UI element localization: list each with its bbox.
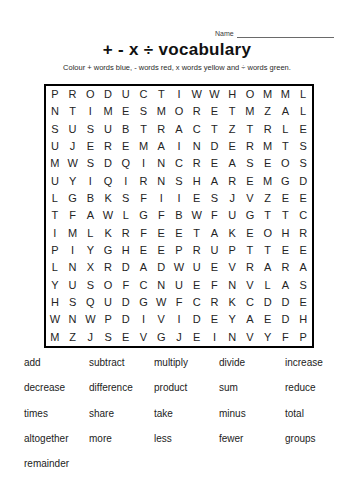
grid-cell-r13c14: D — [277, 294, 295, 311]
word-list-item-more: more — [89, 431, 154, 444]
worksheet-page: Name + - x ÷ vocabulary Colour + words b… — [0, 0, 354, 500]
grid-cell-r9c15: R — [294, 225, 312, 242]
grid-cell-r9c7: E — [152, 225, 170, 242]
grid-cell-r8c4: W — [99, 207, 117, 224]
grid-cell-r14c15: H — [294, 311, 312, 328]
grid-cell-r4c3: E — [81, 138, 99, 155]
grid-cell-r7c4: K — [99, 190, 117, 207]
grid-cell-r2c6: S — [135, 103, 153, 120]
grid-cell-r11c4: R — [99, 259, 117, 276]
grid-cell-r3c14: L — [277, 121, 295, 138]
grid-cell-r2c12: M — [241, 103, 259, 120]
grid-cell-r7c8: I — [170, 190, 188, 207]
word-list-item-difference: difference — [89, 380, 154, 393]
grid-cell-r13c15: E — [294, 294, 312, 311]
grid-cell-r5c3: S — [81, 155, 99, 172]
grid-cell-r9c5: R — [117, 225, 135, 242]
grid-cell-r7c14: E — [277, 190, 295, 207]
grid-cell-r3c7: R — [152, 121, 170, 138]
grid-cell-r1c9: W — [188, 86, 206, 103]
grid-cell-r1c1: P — [46, 86, 64, 103]
grid-cell-r14c2: N — [64, 311, 82, 328]
grid-cell-r11c3: X — [81, 259, 99, 276]
grid-cell-r11c8: W — [170, 259, 188, 276]
grid-cell-r7c6: F — [135, 190, 153, 207]
grid-cell-r10c3: Y — [81, 242, 99, 259]
word-list-item-fewer: fewer — [219, 431, 285, 444]
grid-cell-r3c13: R — [259, 121, 277, 138]
grid-cell-r13c5: D — [117, 294, 135, 311]
grid-cell-r11c7: D — [152, 259, 170, 276]
grid-cell-r15c11: N — [223, 329, 241, 346]
grid-cell-r12c8: U — [170, 277, 188, 294]
grid-cell-r4c13: M — [259, 138, 277, 155]
grid-cell-r8c1: T — [46, 207, 64, 224]
grid-cell-r14c9: D — [188, 311, 206, 328]
grid-cell-r2c4: M — [99, 103, 117, 120]
grid-cell-r7c3: B — [81, 190, 99, 207]
grid-cell-r4c2: J — [64, 138, 82, 155]
grid-cell-r6c13: M — [259, 173, 277, 190]
grid-cell-r5c12: S — [241, 155, 259, 172]
grid-cell-r9c3: L — [81, 225, 99, 242]
grid-cell-r1c15: L — [294, 86, 312, 103]
word-list-item-multiply: multiply — [154, 355, 219, 368]
word-list-item-decrease: decrease — [24, 380, 89, 393]
word-list-item-groups: groups — [285, 431, 346, 444]
grid-cell-r11c9: U — [188, 259, 206, 276]
grid-cell-r4c9: N — [188, 138, 206, 155]
grid-cell-r6c14: G — [277, 173, 295, 190]
word-list-item-sum: sum — [219, 380, 285, 393]
grid-cell-r12c11: N — [223, 277, 241, 294]
grid-cell-r1c6: C — [135, 86, 153, 103]
grid-cell-r5c2: W — [64, 155, 82, 172]
grid-cell-r6c5: I — [117, 173, 135, 190]
grid-cell-r1c10: W — [206, 86, 224, 103]
grid-cell-r2c9: R — [188, 103, 206, 120]
grid-cell-r2c11: T — [223, 103, 241, 120]
grid-cell-r10c15: E — [294, 242, 312, 259]
grid-cell-r5c10: E — [206, 155, 224, 172]
grid-cell-r11c1: L — [46, 259, 64, 276]
grid-cell-r7c1: L — [46, 190, 64, 207]
word-list-item-share: share — [89, 406, 154, 419]
grid-cell-r15c15: P — [294, 329, 312, 346]
grid-cell-r10c6: E — [135, 242, 153, 259]
grid-cell-r10c7: E — [152, 242, 170, 259]
grid-cell-r8c8: B — [170, 207, 188, 224]
grid-cell-r14c8: I — [170, 311, 188, 328]
grid-cell-r6c8: S — [170, 173, 188, 190]
grid-cell-r12c15: S — [294, 277, 312, 294]
grid-cell-r5c4: D — [99, 155, 117, 172]
grid-cell-r14c4: P — [99, 311, 117, 328]
name-underline — [237, 30, 334, 38]
grid-cell-r1c7: T — [152, 86, 170, 103]
grid-cell-r10c14: E — [277, 242, 295, 259]
grid-cell-r12c2: U — [64, 277, 82, 294]
grid-cell-r6c6: R — [135, 173, 153, 190]
word-list: addsubtractmultiplydivideincreasedecreas… — [24, 355, 346, 481]
grid-cell-r3c3: S — [81, 121, 99, 138]
grid-cell-r6c2: Y — [64, 173, 82, 190]
grid-cell-r8c6: G — [135, 207, 153, 224]
grid-cell-r11c12: R — [241, 259, 259, 276]
grid-cell-r9c6: F — [135, 225, 153, 242]
grid-cell-r2c14: A — [277, 103, 295, 120]
grid-cell-r11c6: A — [135, 259, 153, 276]
grid-cell-r12c9: E — [188, 277, 206, 294]
grid-cell-r8c2: F — [64, 207, 82, 224]
grid-cell-r2c10: E — [206, 103, 224, 120]
grid-cell-r2c2: T — [64, 103, 82, 120]
grid-cell-r14c14: D — [277, 311, 295, 328]
grid-cell-r11c14: R — [277, 259, 295, 276]
grid-cell-r7c9: E — [188, 190, 206, 207]
grid-cell-r15c5: E — [117, 329, 135, 346]
grid-cell-r10c11: P — [223, 242, 241, 259]
grid-cell-r15c6: V — [135, 329, 153, 346]
grid-cell-r7c12: V — [241, 190, 259, 207]
grid-cell-r7c10: S — [206, 190, 224, 207]
grid-cell-r5c14: O — [277, 155, 295, 172]
grid-cell-r9c13: O — [259, 225, 277, 242]
grid-cell-r5c1: M — [46, 155, 64, 172]
grid-cell-r8c14: T — [277, 207, 295, 224]
grid-cell-r10c10: U — [206, 242, 224, 259]
word-list-item-altogether: altogether — [24, 431, 89, 444]
grid-cell-r2c15: L — [294, 103, 312, 120]
grid-cell-r13c11: K — [223, 294, 241, 311]
grid-cell-r14c13: E — [259, 311, 277, 328]
grid-cell-r1c14: M — [277, 86, 295, 103]
grid-cell-r5c6: I — [135, 155, 153, 172]
grid-cell-r14c1: W — [46, 311, 64, 328]
grid-cell-r7c13: Z — [259, 190, 277, 207]
grid-cell-r3c8: A — [170, 121, 188, 138]
grid-cell-r15c2: Z — [64, 329, 82, 346]
grid-cell-r14c11: Y — [223, 311, 241, 328]
grid-cell-r6c12: E — [241, 173, 259, 190]
grid-cell-r2c5: E — [117, 103, 135, 120]
grid-cell-r7c5: S — [117, 190, 135, 207]
name-line: Name — [215, 29, 334, 38]
grid-cell-r10c9: R — [188, 242, 206, 259]
grid-cell-r6c10: A — [206, 173, 224, 190]
word-list-item-less: less — [154, 431, 219, 444]
grid-cell-r1c2: R — [64, 86, 82, 103]
grid-cell-r6c4: Q — [99, 173, 117, 190]
word-list-item-product: product — [154, 380, 219, 393]
grid-cell-r14c7: V — [152, 311, 170, 328]
grid-cell-r5c7: N — [152, 155, 170, 172]
grid-cell-r14c10: E — [206, 311, 224, 328]
grid-cell-r7c15: E — [294, 190, 312, 207]
grid-cell-r8c3: A — [81, 207, 99, 224]
grid-cell-r10c4: G — [99, 242, 117, 259]
grid-cell-r5c15: S — [294, 155, 312, 172]
grid-cell-r15c3: J — [81, 329, 99, 346]
grid-cell-r12c6: C — [135, 277, 153, 294]
grid-cell-r3c9: C — [188, 121, 206, 138]
grid-cell-r6c1: U — [46, 173, 64, 190]
grid-cell-r2c3: I — [81, 103, 99, 120]
grid-cell-r6c11: R — [223, 173, 241, 190]
word-list-item-add: add — [24, 355, 89, 368]
grid-cell-r10c5: H — [117, 242, 135, 259]
grid-cell-r10c12: T — [241, 242, 259, 259]
grid-cell-r3c5: B — [117, 121, 135, 138]
word-list-item-remainder: remainder — [24, 456, 89, 469]
grid-cell-r12c10: F — [206, 277, 224, 294]
word-list-item-times: times — [24, 406, 89, 419]
grid-cell-r3c10: T — [206, 121, 224, 138]
grid-cell-r1c8: I — [170, 86, 188, 103]
grid-cell-r7c2: G — [64, 190, 82, 207]
word-list-item-take: take — [154, 406, 219, 419]
grid-cell-r15c14: F — [277, 329, 295, 346]
grid-cell-r11c2: N — [64, 259, 82, 276]
grid-cell-r9c8: E — [170, 225, 188, 242]
grid-cell-r11c13: A — [259, 259, 277, 276]
grid-cell-r13c2: S — [64, 294, 82, 311]
grid-cell-r13c7: W — [152, 294, 170, 311]
grid-cell-r12c5: F — [117, 277, 135, 294]
grid-cell-r3c15: E — [294, 121, 312, 138]
page-title: + - x ÷ vocabulary — [0, 40, 354, 60]
grid-cell-r7c11: J — [223, 190, 241, 207]
word-list-item-divide: divide — [219, 355, 285, 368]
grid-cell-r4c15: S — [294, 138, 312, 155]
grid-cell-r1c3: O — [81, 86, 99, 103]
name-label: Name — [215, 29, 234, 38]
wordsearch-grid: PRODUCTIWWHOMMLNTIMESMORETMZALSUSUBTRACT… — [44, 84, 314, 348]
grid-cell-r9c10: A — [206, 225, 224, 242]
grid-cell-r5c8: C — [170, 155, 188, 172]
grid-cell-r6c15: D — [294, 173, 312, 190]
grid-cell-r8c10: F — [206, 207, 224, 224]
grid-cell-r9c9: T — [188, 225, 206, 242]
grid-cell-r9c1: I — [46, 225, 64, 242]
grid-cell-r4c12: R — [241, 138, 259, 155]
grid-cell-r13c4: U — [99, 294, 117, 311]
grid-cell-r4c4: R — [99, 138, 117, 155]
grid-cell-r6c7: N — [152, 173, 170, 190]
grid-cell-r6c3: I — [81, 173, 99, 190]
grid-cell-r8c5: L — [117, 207, 135, 224]
word-list-item-total: total — [285, 406, 346, 419]
grid-cell-r15c1: M — [46, 329, 64, 346]
grid-cell-r8c12: G — [241, 207, 259, 224]
grid-cell-r9c11: K — [223, 225, 241, 242]
grid-cell-r9c14: H — [277, 225, 295, 242]
grid-cell-r13c9: C — [188, 294, 206, 311]
grid-cell-r6c9: H — [188, 173, 206, 190]
grid-cell-r8c9: W — [188, 207, 206, 224]
grid-cell-r11c10: E — [206, 259, 224, 276]
grid-cell-r4c10: D — [206, 138, 224, 155]
grid-cell-r3c4: U — [99, 121, 117, 138]
grid-cell-r3c1: S — [46, 121, 64, 138]
grid-cell-r4c1: U — [46, 138, 64, 155]
word-list-item-minus: minus — [219, 406, 285, 419]
grid-cell-r1c13: M — [259, 86, 277, 103]
grid-cell-r15c10: I — [206, 329, 224, 346]
grid-cell-r12c13: L — [259, 277, 277, 294]
grid-cell-r5c11: A — [223, 155, 241, 172]
grid-cell-r8c11: U — [223, 207, 241, 224]
grid-cell-r12c1: Y — [46, 277, 64, 294]
grid-cell-r8c7: F — [152, 207, 170, 224]
grid-cell-r12c3: S — [81, 277, 99, 294]
grid-cell-r11c15: A — [294, 259, 312, 276]
grid-cell-r13c3: Q — [81, 294, 99, 311]
grid-cell-r13c6: G — [135, 294, 153, 311]
word-list-item-subtract: subtract — [89, 355, 154, 368]
grid-cell-r12c12: V — [241, 277, 259, 294]
grid-cell-r3c2: U — [64, 121, 82, 138]
word-list-item-reduce: reduce — [285, 380, 346, 393]
grid-cell-r2c1: N — [46, 103, 64, 120]
grid-cell-r12c14: A — [277, 277, 295, 294]
grid-cell-r3c11: Z — [223, 121, 241, 138]
grid-cell-r1c12: O — [241, 86, 259, 103]
grid-cell-r10c8: P — [170, 242, 188, 259]
grid-cell-r9c12: E — [241, 225, 259, 242]
grid-cell-r9c2: M — [64, 225, 82, 242]
grid-cell-r2c8: O — [170, 103, 188, 120]
grid-cell-r13c13: D — [259, 294, 277, 311]
grid-cell-r2c7: M — [152, 103, 170, 120]
grid-cell-r12c4: O — [99, 277, 117, 294]
grid-cell-r15c7: G — [152, 329, 170, 346]
grid-cell-r15c9: E — [188, 329, 206, 346]
grid-cell-r8c13: T — [259, 207, 277, 224]
grid-cell-r14c12: A — [241, 311, 259, 328]
grid-cell-r3c12: T — [241, 121, 259, 138]
grid-cell-r14c6: I — [135, 311, 153, 328]
grid-cell-r13c10: R — [206, 294, 224, 311]
grid-cell-r14c3: W — [81, 311, 99, 328]
grid-cell-r5c9: R — [188, 155, 206, 172]
grid-cell-r12c7: N — [152, 277, 170, 294]
grid-cell-r7c7: I — [152, 190, 170, 207]
grid-cell-r1c5: U — [117, 86, 135, 103]
grid-cell-r1c4: D — [99, 86, 117, 103]
grid-cell-r3c6: T — [135, 121, 153, 138]
grid-cell-r4c11: E — [223, 138, 241, 155]
word-list-item-increase: increase — [285, 355, 346, 368]
grid-cell-r15c8: J — [170, 329, 188, 346]
grid-cell-r13c8: F — [170, 294, 188, 311]
grid-cell-r10c1: P — [46, 242, 64, 259]
grid-cell-r5c5: Q — [117, 155, 135, 172]
grid-cell-r13c1: H — [46, 294, 64, 311]
grid-cell-r15c4: S — [99, 329, 117, 346]
grid-cell-r4c14: T — [277, 138, 295, 155]
grid-cell-r10c2: I — [64, 242, 82, 259]
grid-cell-r4c5: E — [117, 138, 135, 155]
grid-cell-r11c5: D — [117, 259, 135, 276]
instructions-text: Colour + words blue, - words red, x word… — [0, 63, 354, 72]
grid-cell-r8c15: C — [294, 207, 312, 224]
grid-cell-r1c11: H — [223, 86, 241, 103]
grid-cell-r15c13: Y — [259, 329, 277, 346]
grid-cell-r5c13: E — [259, 155, 277, 172]
grid-cell-r4c8: I — [170, 138, 188, 155]
grid-cell-r2c13: Z — [259, 103, 277, 120]
grid-cell-r10c13: T — [259, 242, 277, 259]
grid-cell-r9c4: K — [99, 225, 117, 242]
grid-cell-r13c12: C — [241, 294, 259, 311]
grid-cell-r14c5: D — [117, 311, 135, 328]
grid-cell-r4c6: M — [135, 138, 153, 155]
grid-cell-r11c11: V — [223, 259, 241, 276]
grid-cell-r15c12: V — [241, 329, 259, 346]
grid-cell-r4c7: A — [152, 138, 170, 155]
